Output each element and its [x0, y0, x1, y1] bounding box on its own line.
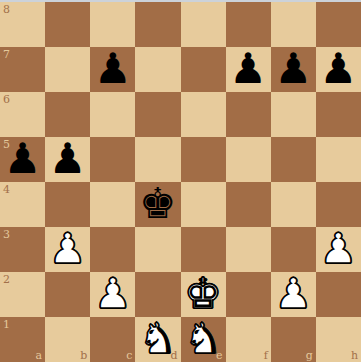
- square-g8[interactable]: [271, 2, 316, 47]
- square-d1[interactable]: d♞: [135, 317, 180, 362]
- square-f2[interactable]: [226, 272, 271, 317]
- square-h6[interactable]: [316, 92, 361, 137]
- square-b4[interactable]: [45, 182, 90, 227]
- square-c6[interactable]: [90, 92, 135, 137]
- square-g3[interactable]: [271, 227, 316, 272]
- file-label-a: a: [36, 350, 43, 361]
- square-d8[interactable]: [135, 2, 180, 47]
- square-b7[interactable]: [45, 47, 90, 92]
- square-f1[interactable]: f: [226, 317, 271, 362]
- file-label-b: b: [80, 350, 87, 361]
- square-c2[interactable]: ♟: [90, 272, 135, 317]
- square-e3[interactable]: [181, 227, 226, 272]
- square-d5[interactable]: [135, 137, 180, 182]
- rank-label-8: 8: [3, 4, 10, 15]
- piece-black-pawn[interactable]: ♟: [4, 137, 42, 181]
- square-h2[interactable]: [316, 272, 361, 317]
- square-e8[interactable]: [181, 2, 226, 47]
- piece-black-pawn[interactable]: ♟: [94, 47, 132, 91]
- square-e6[interactable]: [181, 92, 226, 137]
- piece-black-pawn[interactable]: ♟: [229, 47, 267, 91]
- square-e5[interactable]: [181, 137, 226, 182]
- square-a1[interactable]: 1a: [0, 317, 45, 362]
- square-b5[interactable]: ♟: [45, 137, 90, 182]
- file-label-h: h: [351, 350, 358, 361]
- piece-white-pawn[interactable]: ♟: [274, 272, 312, 316]
- rank-label-1: 1: [3, 319, 10, 330]
- rank-label-6: 6: [3, 94, 10, 105]
- square-d6[interactable]: [135, 92, 180, 137]
- square-g6[interactable]: [271, 92, 316, 137]
- file-label-g: g: [306, 350, 313, 361]
- piece-black-pawn[interactable]: ♟: [274, 47, 312, 91]
- piece-black-pawn[interactable]: ♟: [320, 47, 358, 91]
- square-h5[interactable]: [316, 137, 361, 182]
- file-label-c: c: [126, 350, 132, 361]
- square-f5[interactable]: [226, 137, 271, 182]
- piece-white-pawn[interactable]: ♟: [94, 272, 132, 316]
- square-c7[interactable]: ♟: [90, 47, 135, 92]
- square-b1[interactable]: b: [45, 317, 90, 362]
- square-d2[interactable]: [135, 272, 180, 317]
- square-h8[interactable]: [316, 2, 361, 47]
- square-a2[interactable]: 2: [0, 272, 45, 317]
- square-d3[interactable]: [135, 227, 180, 272]
- rank-label-3: 3: [3, 229, 10, 240]
- square-f3[interactable]: [226, 227, 271, 272]
- square-g2[interactable]: ♟: [271, 272, 316, 317]
- square-h1[interactable]: h: [316, 317, 361, 362]
- square-c1[interactable]: c: [90, 317, 135, 362]
- square-f7[interactable]: ♟: [226, 47, 271, 92]
- rank-label-7: 7: [3, 49, 10, 60]
- square-a8[interactable]: 8: [0, 2, 45, 47]
- piece-black-pawn[interactable]: ♟: [49, 137, 87, 181]
- square-b8[interactable]: [45, 2, 90, 47]
- rank-label-2: 2: [3, 274, 10, 285]
- square-a5[interactable]: 5♟: [0, 137, 45, 182]
- square-d4[interactable]: ♚: [135, 182, 180, 227]
- file-label-f: f: [264, 350, 268, 361]
- piece-white-knight[interactable]: ♞: [184, 317, 222, 361]
- square-c5[interactable]: [90, 137, 135, 182]
- square-g1[interactable]: g: [271, 317, 316, 362]
- square-e7[interactable]: [181, 47, 226, 92]
- square-d7[interactable]: [135, 47, 180, 92]
- square-b3[interactable]: ♟: [45, 227, 90, 272]
- square-c4[interactable]: [90, 182, 135, 227]
- square-e1[interactable]: e♞: [181, 317, 226, 362]
- rank-label-4: 4: [3, 184, 10, 195]
- square-f4[interactable]: [226, 182, 271, 227]
- square-f6[interactable]: [226, 92, 271, 137]
- square-h3[interactable]: ♟: [316, 227, 361, 272]
- chess-board-window: 87♟♟♟♟65♟♟4♚3♟♟2♟♚♟1abcd♞e♞fgh: [0, 0, 361, 362]
- piece-black-king[interactable]: ♚: [139, 182, 177, 226]
- chess-board: 87♟♟♟♟65♟♟4♚3♟♟2♟♚♟1abcd♞e♞fgh: [0, 2, 361, 362]
- square-c3[interactable]: [90, 227, 135, 272]
- square-g5[interactable]: [271, 137, 316, 182]
- square-a3[interactable]: 3: [0, 227, 45, 272]
- piece-white-pawn[interactable]: ♟: [320, 227, 358, 271]
- square-a4[interactable]: 4: [0, 182, 45, 227]
- square-e4[interactable]: [181, 182, 226, 227]
- square-h4[interactable]: [316, 182, 361, 227]
- square-b6[interactable]: [45, 92, 90, 137]
- piece-white-knight[interactable]: ♞: [139, 317, 177, 361]
- square-b2[interactable]: [45, 272, 90, 317]
- square-g4[interactable]: [271, 182, 316, 227]
- square-e2[interactable]: ♚: [181, 272, 226, 317]
- piece-white-pawn[interactable]: ♟: [49, 227, 87, 271]
- square-g7[interactable]: ♟: [271, 47, 316, 92]
- piece-white-king[interactable]: ♚: [184, 272, 222, 316]
- square-c8[interactable]: [90, 2, 135, 47]
- square-a6[interactable]: 6: [0, 92, 45, 137]
- square-f8[interactable]: [226, 2, 271, 47]
- square-a7[interactable]: 7: [0, 47, 45, 92]
- square-h7[interactable]: ♟: [316, 47, 361, 92]
